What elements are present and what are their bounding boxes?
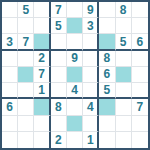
given-digit: 3 xyxy=(87,20,94,32)
given-digit: 7 xyxy=(55,4,62,16)
cell-r9c1[interactable] xyxy=(2,132,18,148)
cell-r9c4[interactable]: 2 xyxy=(51,132,67,148)
cell-r4c5[interactable]: 9 xyxy=(67,51,83,67)
cell-r5c7[interactable]: 6 xyxy=(99,67,115,83)
given-digit: 7 xyxy=(22,36,29,48)
cell-r4c3[interactable]: 2 xyxy=(34,51,50,67)
cell-r9c7[interactable] xyxy=(99,132,115,148)
cell-r7c8[interactable] xyxy=(116,99,132,115)
cell-r6c4[interactable] xyxy=(51,83,67,99)
given-digit: 8 xyxy=(104,52,111,64)
cell-r1c1[interactable] xyxy=(2,2,18,18)
cell-r1c3[interactable] xyxy=(34,2,50,18)
cell-r8c3[interactable] xyxy=(34,116,50,132)
cell-r1c7[interactable] xyxy=(99,2,115,18)
sudoku-board: 579853375629876145684721 xyxy=(0,0,150,150)
cell-r7c5[interactable] xyxy=(67,99,83,115)
cell-r3c3[interactable] xyxy=(34,34,50,50)
cell-r7c9[interactable]: 7 xyxy=(132,99,148,115)
cell-r5c3[interactable]: 7 xyxy=(34,67,50,83)
cell-r6c9[interactable] xyxy=(132,83,148,99)
cell-r3c5[interactable] xyxy=(67,34,83,50)
cell-r9c6[interactable]: 1 xyxy=(83,132,99,148)
cell-r8c9[interactable] xyxy=(132,116,148,132)
given-digit: 6 xyxy=(104,68,111,80)
cell-r7c3[interactable] xyxy=(34,99,50,115)
cell-r4c7[interactable]: 8 xyxy=(99,51,115,67)
cell-r2c6[interactable]: 3 xyxy=(83,18,99,34)
cell-r4c2[interactable] xyxy=(18,51,34,67)
cell-r6c3[interactable]: 1 xyxy=(34,83,50,99)
given-digit: 1 xyxy=(87,134,94,146)
cell-r3c4[interactable] xyxy=(51,34,67,50)
cell-r5c1[interactable] xyxy=(2,67,18,83)
given-digit: 8 xyxy=(55,101,62,113)
cell-r3c2[interactable]: 7 xyxy=(18,34,34,50)
cell-r7c4[interactable]: 8 xyxy=(51,99,67,115)
cell-r4c8[interactable] xyxy=(116,51,132,67)
cell-r1c4[interactable]: 7 xyxy=(51,2,67,18)
cell-r2c9[interactable] xyxy=(132,18,148,34)
cell-r6c5[interactable]: 4 xyxy=(67,83,83,99)
cell-r8c5[interactable] xyxy=(67,116,83,132)
given-digit: 5 xyxy=(120,36,127,48)
cell-r4c6[interactable] xyxy=(83,51,99,67)
cell-r2c1[interactable] xyxy=(2,18,18,34)
cell-r3c8[interactable]: 5 xyxy=(116,34,132,50)
cell-r5c8[interactable] xyxy=(116,67,132,83)
cell-r4c9[interactable] xyxy=(132,51,148,67)
cell-r3c7[interactable] xyxy=(99,34,115,50)
cell-r4c4[interactable] xyxy=(51,51,67,67)
cell-r1c8[interactable]: 8 xyxy=(116,2,132,18)
given-digit: 9 xyxy=(87,4,94,16)
cell-r1c9[interactable] xyxy=(132,2,148,18)
cell-r7c6[interactable]: 4 xyxy=(83,99,99,115)
cell-r9c8[interactable] xyxy=(116,132,132,148)
cell-r6c1[interactable] xyxy=(2,83,18,99)
given-digit: 4 xyxy=(71,84,78,96)
cell-r8c8[interactable] xyxy=(116,116,132,132)
cell-r5c9[interactable] xyxy=(132,67,148,83)
cell-r7c7[interactable] xyxy=(99,99,115,115)
cell-r8c2[interactable] xyxy=(18,116,34,132)
cell-r8c7[interactable] xyxy=(99,116,115,132)
given-digit: 5 xyxy=(104,84,111,96)
cell-r8c6[interactable] xyxy=(83,116,99,132)
given-digit: 5 xyxy=(22,4,29,16)
cell-r5c6[interactable] xyxy=(83,67,99,83)
given-digit: 6 xyxy=(137,36,144,48)
cell-r2c4[interactable]: 5 xyxy=(51,18,67,34)
cell-r7c2[interactable] xyxy=(18,99,34,115)
cell-r5c4[interactable] xyxy=(51,67,67,83)
given-digit: 2 xyxy=(38,52,45,64)
given-digit: 6 xyxy=(6,101,13,113)
cell-r3c9[interactable]: 6 xyxy=(132,34,148,50)
cell-r1c5[interactable] xyxy=(67,2,83,18)
cell-r2c8[interactable] xyxy=(116,18,132,34)
cell-r6c8[interactable] xyxy=(116,83,132,99)
given-digit: 4 xyxy=(87,101,94,113)
cell-r9c3[interactable] xyxy=(34,132,50,148)
cell-r6c2[interactable] xyxy=(18,83,34,99)
cell-r1c2[interactable]: 5 xyxy=(18,2,34,18)
cell-r2c2[interactable] xyxy=(18,18,34,34)
cell-r9c9[interactable] xyxy=(132,132,148,148)
cell-r9c5[interactable] xyxy=(67,132,83,148)
given-digit: 1 xyxy=(38,84,45,96)
given-digit: 8 xyxy=(120,4,127,16)
given-digit: 9 xyxy=(71,52,78,64)
cell-r6c7[interactable]: 5 xyxy=(99,83,115,99)
cell-r2c3[interactable] xyxy=(34,18,50,34)
given-digit: 3 xyxy=(6,36,13,48)
given-digit: 7 xyxy=(38,68,45,80)
given-digit: 2 xyxy=(55,134,62,146)
cell-r2c7[interactable] xyxy=(99,18,115,34)
cell-r9c2[interactable] xyxy=(18,132,34,148)
cell-r6c6[interactable] xyxy=(83,83,99,99)
cell-r7c1[interactable]: 6 xyxy=(2,99,18,115)
cell-r3c1[interactable]: 3 xyxy=(2,34,18,50)
cell-r5c5[interactable] xyxy=(67,67,83,83)
given-digit: 5 xyxy=(55,20,62,32)
cell-r1c6[interactable]: 9 xyxy=(83,2,99,18)
cell-r8c1[interactable] xyxy=(2,116,18,132)
given-digit: 7 xyxy=(137,101,144,113)
cell-r2c5[interactable] xyxy=(67,18,83,34)
cell-r3c6[interactable] xyxy=(83,34,99,50)
cell-r4c1[interactable] xyxy=(2,51,18,67)
cell-r5c2[interactable] xyxy=(18,67,34,83)
cell-r8c4[interactable] xyxy=(51,116,67,132)
